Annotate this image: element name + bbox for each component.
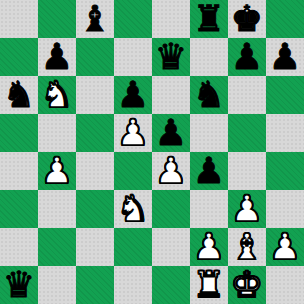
square-d1[interactable] [114,266,152,304]
square-f2[interactable]: ♟ [190,228,228,266]
piece-white-pawn-d5[interactable]: ♟ [117,114,149,152]
piece-white-pawn-b4[interactable]: ♟ [41,152,73,190]
square-g3[interactable]: ♟ [228,190,266,228]
square-f8[interactable]: ♜ [190,0,228,38]
square-b5[interactable] [38,114,76,152]
square-e8[interactable] [152,0,190,38]
piece-white-rook-f1[interactable]: ♜ [193,266,225,304]
square-f1[interactable]: ♜ [190,266,228,304]
square-a4[interactable] [0,152,38,190]
square-b7[interactable]: ♟ [38,38,76,76]
square-h3[interactable] [266,190,304,228]
square-d8[interactable] [114,0,152,38]
square-c2[interactable] [76,228,114,266]
piece-black-queen-e7[interactable]: ♛ [155,38,187,76]
chess-board: ♝♜♚♟♛♟♟♞♞♟♞♟♟♟♟♟♞♟♟♝♟♛♜♚ [0,0,304,304]
square-a5[interactable] [0,114,38,152]
piece-white-pawn-e4[interactable]: ♟ [155,152,187,190]
square-a7[interactable] [0,38,38,76]
square-c8[interactable]: ♝ [76,0,114,38]
square-d2[interactable] [114,228,152,266]
square-d3[interactable]: ♞ [114,190,152,228]
square-h2[interactable]: ♟ [266,228,304,266]
square-g5[interactable] [228,114,266,152]
square-d7[interactable] [114,38,152,76]
piece-black-pawn-e5[interactable]: ♟ [155,114,187,152]
square-c7[interactable] [76,38,114,76]
square-a1[interactable]: ♛ [0,266,38,304]
square-d4[interactable] [114,152,152,190]
piece-white-pawn-f2[interactable]: ♟ [193,228,225,266]
square-g1[interactable]: ♚ [228,266,266,304]
square-f5[interactable] [190,114,228,152]
piece-black-rook-f8[interactable]: ♜ [193,0,225,38]
piece-black-pawn-f4[interactable]: ♟ [193,152,225,190]
square-h7[interactable]: ♟ [266,38,304,76]
square-h8[interactable] [266,0,304,38]
square-a8[interactable] [0,0,38,38]
square-a2[interactable] [0,228,38,266]
square-f6[interactable]: ♞ [190,76,228,114]
square-a6[interactable]: ♞ [0,76,38,114]
square-h4[interactable] [266,152,304,190]
square-f4[interactable]: ♟ [190,152,228,190]
square-h1[interactable] [266,266,304,304]
square-g2[interactable]: ♝ [228,228,266,266]
square-b8[interactable] [38,0,76,38]
square-b3[interactable] [38,190,76,228]
square-c6[interactable] [76,76,114,114]
square-c5[interactable] [76,114,114,152]
square-e3[interactable] [152,190,190,228]
piece-black-pawn-d6[interactable]: ♟ [117,76,149,114]
piece-black-pawn-h7[interactable]: ♟ [269,38,301,76]
square-e1[interactable] [152,266,190,304]
square-b6[interactable]: ♞ [38,76,76,114]
piece-black-king-g8[interactable]: ♚ [231,0,263,38]
square-g4[interactable] [228,152,266,190]
square-e2[interactable] [152,228,190,266]
square-g7[interactable]: ♟ [228,38,266,76]
square-e6[interactable] [152,76,190,114]
square-g6[interactable] [228,76,266,114]
piece-white-pawn-h2[interactable]: ♟ [269,228,301,266]
piece-white-pawn-g3[interactable]: ♟ [231,190,263,228]
square-c4[interactable] [76,152,114,190]
square-f7[interactable] [190,38,228,76]
square-e5[interactable]: ♟ [152,114,190,152]
piece-black-pawn-g7[interactable]: ♟ [231,38,263,76]
square-d6[interactable]: ♟ [114,76,152,114]
piece-white-knight-b6[interactable]: ♞ [41,76,73,114]
piece-black-pawn-b7[interactable]: ♟ [41,38,73,76]
square-b4[interactable]: ♟ [38,152,76,190]
square-f3[interactable] [190,190,228,228]
square-d5[interactable]: ♟ [114,114,152,152]
square-h5[interactable] [266,114,304,152]
piece-white-king-g1[interactable]: ♚ [231,266,263,304]
square-c1[interactable] [76,266,114,304]
piece-black-knight-a6[interactable]: ♞ [3,76,35,114]
piece-white-bishop-g2[interactable]: ♝ [231,228,263,266]
piece-white-knight-d3[interactable]: ♞ [117,190,149,228]
square-h6[interactable] [266,76,304,114]
square-e4[interactable]: ♟ [152,152,190,190]
piece-black-knight-f6[interactable]: ♞ [193,76,225,114]
square-b2[interactable] [38,228,76,266]
square-b1[interactable] [38,266,76,304]
square-e7[interactable]: ♛ [152,38,190,76]
piece-black-queen-a1[interactable]: ♛ [3,266,35,304]
square-c3[interactable] [76,190,114,228]
square-a3[interactable] [0,190,38,228]
square-g8[interactable]: ♚ [228,0,266,38]
piece-black-bishop-c8[interactable]: ♝ [79,0,111,38]
